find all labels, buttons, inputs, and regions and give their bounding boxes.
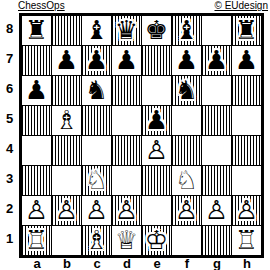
square-c8[interactable]: ♝: [82, 16, 111, 45]
square-g1[interactable]: [202, 226, 231, 255]
square-g6[interactable]: [202, 76, 231, 105]
square-b3[interactable]: [52, 166, 81, 195]
white-rook-a1[interactable]: ♜♖: [22, 226, 51, 255]
square-f4[interactable]: [172, 136, 201, 165]
square-b6[interactable]: [52, 76, 81, 105]
white-pawn-f2[interactable]: ♟♙: [172, 196, 201, 225]
file-label-h: h: [232, 258, 262, 270]
black-pawn-h7[interactable]: ♟: [232, 46, 261, 75]
square-a6[interactable]: ♟: [22, 76, 51, 105]
square-e8[interactable]: ♚: [142, 16, 171, 45]
square-f5[interactable]: [172, 106, 201, 135]
square-f8[interactable]: ♝: [172, 16, 201, 45]
square-g2[interactable]: ♟♙: [202, 196, 231, 225]
square-c2[interactable]: ♟♙: [82, 196, 111, 225]
black-pawn-a6[interactable]: ♟: [22, 76, 51, 105]
white-pawn-e4[interactable]: ♟♙: [142, 136, 171, 165]
square-g8[interactable]: [202, 16, 231, 45]
square-a7[interactable]: [22, 46, 51, 75]
rank-label-3: 3: [0, 164, 19, 194]
square-c4[interactable]: [82, 136, 111, 165]
square-c7[interactable]: ♟: [82, 46, 111, 75]
white-pawn-g2[interactable]: ♟♙: [202, 196, 231, 225]
board-frame: ♜♝♛♚♝♜♟♟♟♟♟♟♟♞♞♝♗♟♟♙♞♘♞♘♟♙♟♙♟♙♟♙♟♙♟♙♟♙♜♖…: [19, 13, 264, 258]
rank-label-7: 7: [0, 44, 19, 74]
square-e2[interactable]: [142, 196, 171, 225]
square-h2[interactable]: ♟♙: [232, 196, 261, 225]
square-h7[interactable]: ♟: [232, 46, 261, 75]
white-king-e1[interactable]: ♚♔: [142, 226, 171, 255]
chess-board: ♜♝♛♚♝♜♟♟♟♟♟♟♟♞♞♝♗♟♟♙♞♘♞♘♟♙♟♙♟♙♟♙♟♙♟♙♟♙♜♖…: [21, 15, 262, 256]
black-pawn-e5[interactable]: ♟: [142, 106, 171, 135]
rank-label-5: 5: [0, 104, 19, 134]
square-d1[interactable]: ♛♕: [112, 226, 141, 255]
chessops-page: ChessOps © EUdesign 87654321 ♜♝♛♚♝♜♟♟♟♟♟…: [0, 0, 270, 270]
square-d5[interactable]: [112, 106, 141, 135]
square-e1[interactable]: ♚♔: [142, 226, 171, 255]
white-pawn-c2[interactable]: ♟♙: [82, 196, 111, 225]
rank-label-8: 8: [0, 14, 19, 44]
black-pawn-b7[interactable]: ♟: [52, 46, 81, 75]
white-rook-h1[interactable]: ♜♖: [232, 226, 261, 255]
copyright-link[interactable]: © EUdesign: [214, 0, 268, 12]
black-rook-h8[interactable]: ♜: [232, 16, 261, 45]
square-f2[interactable]: ♟♙: [172, 196, 201, 225]
file-labels: abcdefgh: [22, 258, 262, 270]
square-g7[interactable]: ♟: [202, 46, 231, 75]
square-h5[interactable]: [232, 106, 261, 135]
square-b8[interactable]: [52, 16, 81, 45]
square-d8[interactable]: ♛: [112, 16, 141, 45]
file-label-b: b: [52, 258, 82, 270]
file-label-e: e: [142, 258, 172, 270]
rank-label-6: 6: [0, 74, 19, 104]
black-pawn-c7[interactable]: ♟: [82, 46, 111, 75]
square-b4[interactable]: [52, 136, 81, 165]
square-f6[interactable]: ♞: [172, 76, 201, 105]
white-pawn-d2[interactable]: ♟♙: [112, 196, 141, 225]
white-knight-f3[interactable]: ♞♘: [172, 166, 201, 195]
square-a3[interactable]: [22, 166, 51, 195]
square-h1[interactable]: ♜♖: [232, 226, 261, 255]
file-label-g: g: [202, 258, 232, 270]
black-pawn-f7[interactable]: ♟: [172, 46, 201, 75]
white-bishop-c1[interactable]: ♝♗: [82, 226, 111, 255]
square-h3[interactable]: [232, 166, 261, 195]
white-queen-d1[interactable]: ♛♕: [112, 226, 141, 255]
square-c3[interactable]: ♞♘: [82, 166, 111, 195]
white-pawn-b2[interactable]: ♟♙: [52, 196, 81, 225]
rank-label-2: 2: [0, 194, 19, 224]
square-d7[interactable]: ♟: [112, 46, 141, 75]
black-knight-f6[interactable]: ♞: [172, 76, 201, 105]
header: ChessOps © EUdesign: [0, 0, 270, 13]
black-pawn-d7[interactable]: ♟: [112, 46, 141, 75]
square-d2[interactable]: ♟♙: [112, 196, 141, 225]
white-pawn-h2[interactable]: ♟♙: [232, 196, 261, 225]
square-f7[interactable]: ♟: [172, 46, 201, 75]
square-e7[interactable]: [142, 46, 171, 75]
white-pawn-a2[interactable]: ♟♙: [22, 196, 51, 225]
black-rook-a8[interactable]: ♜: [22, 16, 51, 45]
square-e5[interactable]: ♟: [142, 106, 171, 135]
square-f1[interactable]: [172, 226, 201, 255]
white-knight-c3[interactable]: ♞♘: [82, 166, 111, 195]
black-bishop-f8[interactable]: ♝: [172, 16, 201, 45]
square-a5[interactable]: [22, 106, 51, 135]
square-b1[interactable]: [52, 226, 81, 255]
square-b5[interactable]: ♝♗: [52, 106, 81, 135]
white-bishop-b5[interactable]: ♝♗: [52, 106, 81, 135]
square-f3[interactable]: ♞♘: [172, 166, 201, 195]
square-c1[interactable]: ♝♗: [82, 226, 111, 255]
square-b7[interactable]: ♟: [52, 46, 81, 75]
square-h6[interactable]: [232, 76, 261, 105]
black-queen-d8[interactable]: ♛: [112, 16, 141, 45]
file-label-d: d: [112, 258, 142, 270]
rank-labels: 87654321: [0, 14, 19, 254]
square-h4[interactable]: [232, 136, 261, 165]
square-d6[interactable]: [112, 76, 141, 105]
file-label-a: a: [22, 258, 52, 270]
square-e4[interactable]: ♟♙: [142, 136, 171, 165]
square-g3[interactable]: [202, 166, 231, 195]
square-g5[interactable]: [202, 106, 231, 135]
app-title-link[interactable]: ChessOps: [18, 0, 65, 12]
black-pawn-g7[interactable]: ♟: [202, 46, 231, 75]
black-bishop-c8[interactable]: ♝: [82, 16, 111, 45]
square-d4[interactable]: [112, 136, 141, 165]
square-c6[interactable]: ♞: [82, 76, 111, 105]
square-d3[interactable]: [112, 166, 141, 195]
black-king-e8[interactable]: ♚: [142, 16, 171, 45]
black-knight-c6[interactable]: ♞: [82, 76, 111, 105]
file-label-f: f: [172, 258, 202, 270]
square-g4[interactable]: [202, 136, 231, 165]
rank-label-4: 4: [0, 134, 19, 164]
square-c5[interactable]: [82, 106, 111, 135]
file-label-c: c: [82, 258, 112, 270]
square-a2[interactable]: ♟♙: [22, 196, 51, 225]
square-h8[interactable]: ♜: [232, 16, 261, 45]
square-b2[interactable]: ♟♙: [52, 196, 81, 225]
square-a8[interactable]: ♜: [22, 16, 51, 45]
square-a1[interactable]: ♜♖: [22, 226, 51, 255]
square-e6[interactable]: [142, 76, 171, 105]
square-e3[interactable]: [142, 166, 171, 195]
square-a4[interactable]: [22, 136, 51, 165]
rank-label-1: 1: [0, 224, 19, 254]
